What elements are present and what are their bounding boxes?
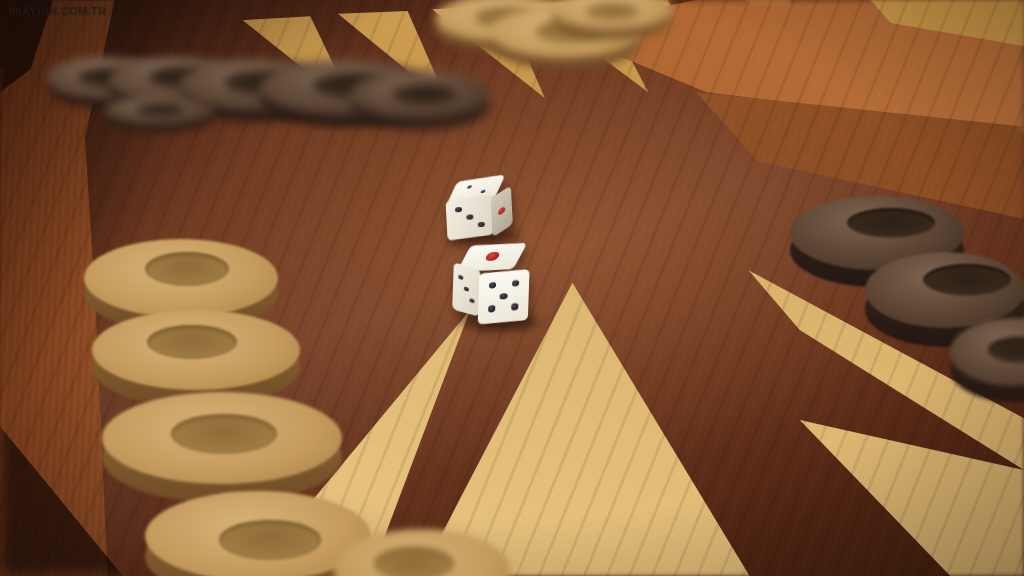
checker-top bbox=[350, 71, 490, 119]
checker-top bbox=[84, 239, 278, 317]
checker-dimple bbox=[171, 414, 277, 454]
checker-dark bbox=[105, 95, 215, 132]
die-pip bbox=[458, 274, 463, 279]
die-pip bbox=[464, 286, 469, 291]
checker-top bbox=[102, 392, 342, 484]
checker-top bbox=[334, 529, 510, 576]
die-pip bbox=[478, 221, 485, 227]
die-pip bbox=[455, 207, 462, 213]
die-pip bbox=[480, 190, 486, 194]
far-die bbox=[442, 174, 519, 244]
checker-dark bbox=[350, 71, 490, 129]
backgammon-photo: 09AYDIN.COM.TR bbox=[0, 0, 1024, 576]
checker-top bbox=[105, 95, 215, 125]
checker-dimple bbox=[374, 547, 454, 576]
die-pip bbox=[500, 293, 508, 300]
die-pip bbox=[488, 305, 496, 312]
die-face-left bbox=[452, 262, 480, 317]
checker-top bbox=[865, 252, 1024, 328]
die-pip bbox=[470, 298, 475, 303]
checker-light bbox=[334, 529, 510, 576]
watermark-text: 09AYDIN.COM.TR bbox=[9, 5, 107, 17]
checker-top bbox=[92, 310, 300, 390]
checker-dimple bbox=[219, 520, 321, 560]
pieces-layer bbox=[0, 0, 1024, 576]
checker-dimple bbox=[392, 85, 456, 105]
checker-dimple bbox=[586, 4, 638, 20]
die-pip bbox=[511, 303, 519, 310]
checker-light bbox=[552, 0, 672, 39]
red-one-pip bbox=[484, 252, 501, 262]
die-pip bbox=[512, 280, 520, 287]
die-pip bbox=[489, 282, 497, 289]
die-pip bbox=[467, 214, 474, 220]
red-one-pip bbox=[498, 206, 505, 216]
checker-dimple bbox=[147, 325, 237, 359]
checker-dimple bbox=[136, 104, 184, 116]
checker-light bbox=[102, 392, 342, 503]
near-die bbox=[451, 243, 540, 330]
checker-dimple bbox=[988, 337, 1024, 363]
checker-dimple bbox=[923, 264, 1011, 296]
checker-dark bbox=[950, 318, 1024, 402]
checker-dimple bbox=[847, 208, 935, 238]
die-pip bbox=[466, 185, 472, 189]
die-face-front bbox=[478, 269, 530, 324]
checker-dimple bbox=[145, 252, 229, 286]
die-face-front bbox=[446, 194, 495, 241]
